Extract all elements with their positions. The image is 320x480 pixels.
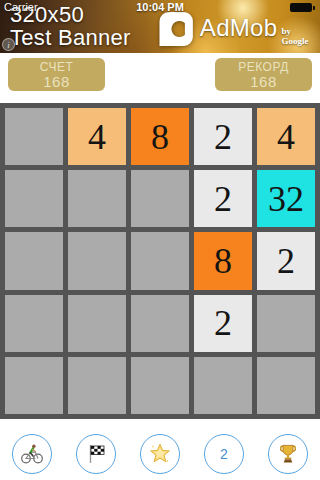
tile-2-r4c4: 2 — [194, 295, 252, 352]
empty-cell-r3c1 — [5, 232, 63, 289]
battery-icon — [290, 3, 312, 12]
trophy-button[interactable] — [268, 434, 308, 474]
bottom-toolbar: 2 — [0, 434, 320, 476]
empty-cell-r5c5 — [257, 357, 315, 414]
empty-cell-r2c2 — [68, 170, 126, 227]
empty-cell-r5c2 — [68, 357, 126, 414]
checkered-flag-icon — [84, 442, 108, 466]
empty-cell-r4c2 — [68, 295, 126, 352]
tile-4-r1c2: 4 — [68, 108, 126, 165]
admob-logo: AdMob by Google — [158, 11, 320, 47]
empty-cell-r4c5 — [257, 295, 315, 352]
score-label: СЧЕТ — [8, 60, 105, 74]
board-grid[interactable]: 4824232822 — [0, 103, 320, 419]
tile-32-r2c5: 32 — [257, 170, 315, 227]
empty-cell-r1c1 — [5, 108, 63, 165]
ad-banner[interactable]: 320x50 Test Banner AdMob by Google i Car… — [0, 0, 320, 53]
level-value: 2 — [220, 446, 228, 462]
empty-cell-r5c3 — [131, 357, 189, 414]
empty-cell-r2c3 — [131, 170, 189, 227]
status-bar: Carrier 10:04 PM — [0, 0, 320, 14]
admob-icon — [158, 11, 194, 47]
tile-8-r1c3: 8 — [131, 108, 189, 165]
empty-cell-r5c4 — [194, 357, 252, 414]
tile-8-r3c4: 8 — [194, 232, 252, 289]
tile-2-r3c5: 2 — [257, 232, 315, 289]
app-screen: 320x50 Test Banner AdMob by Google i Car… — [0, 0, 320, 480]
best-score-box: РЕКОРД 168 — [215, 58, 312, 91]
empty-cell-r4c3 — [131, 295, 189, 352]
tile-2-r2c4: 2 — [194, 170, 252, 227]
empty-cell-r3c3 — [131, 232, 189, 289]
tile-2-r1c4: 2 — [194, 108, 252, 165]
glowing-star-icon — [148, 442, 172, 466]
cyclist-icon — [20, 442, 44, 466]
by-google-label: by Google — [281, 26, 320, 46]
clock-label: 10:04 PM — [0, 1, 320, 13]
empty-cell-r3c2 — [68, 232, 126, 289]
ad-info-icon[interactable]: i — [2, 38, 15, 51]
admob-wordmark: AdMob — [200, 13, 278, 43]
trophy-icon — [276, 442, 300, 466]
cyclist-button[interactable] — [12, 434, 52, 474]
empty-cell-r5c1 — [5, 357, 63, 414]
level-button[interactable]: 2 — [204, 434, 244, 474]
best-score-label: РЕКОРД — [215, 60, 312, 74]
empty-cell-r2c1 — [5, 170, 63, 227]
tile-4-r1c5: 4 — [257, 108, 315, 165]
score-value: 168 — [8, 74, 105, 90]
ad-title: Test Banner — [10, 26, 131, 50]
star-button[interactable] — [140, 434, 180, 474]
empty-cell-r4c1 — [5, 295, 63, 352]
score-box: СЧЕТ 168 — [8, 58, 105, 91]
best-score-value: 168 — [215, 74, 312, 90]
finish-flag-button[interactable] — [76, 434, 116, 474]
